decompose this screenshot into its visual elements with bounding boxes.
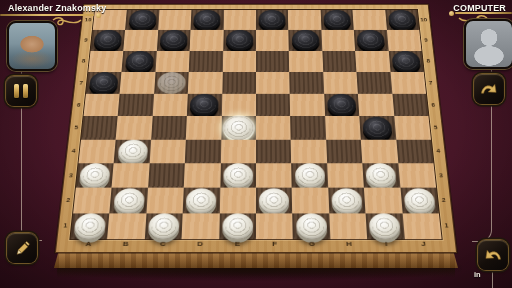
rank-label-7-left: 7 bbox=[76, 79, 87, 86]
black-piece-c9[interactable] bbox=[160, 30, 188, 51]
square-f1[interactable] bbox=[256, 213, 293, 239]
square-b8[interactable] bbox=[122, 51, 157, 72]
rank-label-8-left: 8 bbox=[78, 58, 89, 65]
square-i2[interactable] bbox=[364, 188, 402, 213]
square-h9[interactable] bbox=[321, 30, 355, 51]
square-g10[interactable] bbox=[288, 10, 321, 30]
pause-icon bbox=[14, 84, 19, 98]
square-c7[interactable] bbox=[154, 72, 189, 94]
square-g9[interactable] bbox=[289, 30, 323, 51]
file-label-C: C bbox=[158, 240, 168, 248]
square-g7[interactable] bbox=[290, 72, 324, 94]
square-j2[interactable] bbox=[400, 188, 439, 213]
rank-label-1-right: 1 bbox=[441, 222, 453, 230]
square-i6[interactable] bbox=[358, 94, 394, 117]
rank-label-2-right: 2 bbox=[438, 196, 450, 204]
square-a9[interactable] bbox=[91, 30, 126, 51]
square-a3[interactable] bbox=[76, 163, 114, 188]
square-h6[interactable] bbox=[324, 94, 359, 117]
pencil-icon bbox=[13, 239, 31, 257]
square-e6[interactable] bbox=[221, 94, 256, 117]
black-piece-i5[interactable] bbox=[362, 117, 393, 140]
square-b1[interactable] bbox=[107, 213, 146, 239]
square-c9[interactable] bbox=[157, 30, 191, 51]
square-b6[interactable] bbox=[118, 94, 154, 117]
player-name-left: Alexander Znakomsky bbox=[8, 2, 106, 13]
square-i9[interactable] bbox=[354, 30, 388, 51]
board-front-edge bbox=[54, 252, 458, 268]
square-g3[interactable] bbox=[291, 163, 328, 188]
rank-label-3-right: 3 bbox=[435, 172, 446, 180]
back-arrow-icon bbox=[483, 245, 503, 265]
rank-label-10-left: 10 bbox=[83, 17, 93, 23]
file-label-B: B bbox=[120, 240, 131, 248]
square-b10[interactable] bbox=[125, 10, 159, 30]
square-c5[interactable] bbox=[151, 116, 187, 139]
white-piece-e1[interactable] bbox=[222, 213, 253, 239]
square-f3[interactable] bbox=[256, 163, 292, 188]
rank-label-9-left: 9 bbox=[81, 37, 91, 44]
square-j3[interactable] bbox=[398, 163, 436, 188]
square-f10[interactable] bbox=[256, 10, 289, 30]
rank-label-3-left: 3 bbox=[65, 172, 76, 180]
white-piece-g1[interactable] bbox=[296, 213, 327, 239]
white-piece-g3[interactable] bbox=[295, 163, 325, 187]
rank-label-6-left: 6 bbox=[73, 101, 84, 108]
right-frame-line-bottom bbox=[490, 270, 493, 288]
square-e1[interactable] bbox=[219, 213, 256, 239]
square-f5[interactable] bbox=[256, 116, 291, 139]
square-a7[interactable] bbox=[86, 72, 122, 94]
square-c6[interactable] bbox=[153, 94, 188, 117]
square-g5[interactable] bbox=[290, 116, 325, 139]
square-a5[interactable] bbox=[81, 116, 118, 139]
square-j1[interactable] bbox=[402, 213, 441, 239]
square-b9[interactable] bbox=[124, 30, 158, 51]
black-piece-h6[interactable] bbox=[327, 94, 357, 116]
rank-label-4-left: 4 bbox=[68, 148, 79, 156]
black-piece-a9[interactable] bbox=[93, 30, 122, 51]
rank-label-1-left: 1 bbox=[59, 222, 71, 230]
avatar-left-player bbox=[7, 21, 57, 71]
square-i1[interactable] bbox=[366, 213, 405, 239]
file-label-D: D bbox=[195, 240, 205, 248]
white-piece-f2[interactable] bbox=[259, 188, 289, 213]
square-c8[interactable] bbox=[155, 51, 189, 72]
square-a4[interactable] bbox=[78, 140, 116, 164]
black-piece-b8[interactable] bbox=[125, 51, 154, 72]
square-j7[interactable] bbox=[390, 72, 426, 94]
square-g4[interactable] bbox=[291, 140, 327, 164]
white-piece-c1[interactable] bbox=[148, 213, 180, 239]
square-d10[interactable] bbox=[191, 10, 224, 30]
square-d6[interactable] bbox=[187, 94, 222, 117]
game-screen: 1122334455667788991010ABCDEFGHIJ Alexand… bbox=[0, 0, 512, 288]
square-i3[interactable] bbox=[362, 163, 400, 188]
right-frame-line bbox=[472, 103, 492, 242]
undo-button[interactable] bbox=[478, 240, 508, 270]
square-e10[interactable] bbox=[223, 10, 256, 30]
square-e4[interactable] bbox=[220, 140, 256, 164]
square-d8[interactable] bbox=[189, 51, 223, 72]
square-i4[interactable] bbox=[361, 140, 398, 164]
square-f4[interactable] bbox=[256, 140, 291, 164]
rank-label-6-right: 6 bbox=[428, 101, 439, 108]
board-grid bbox=[70, 10, 441, 239]
white-piece-i1[interactable] bbox=[369, 213, 401, 239]
square-d9[interactable] bbox=[190, 30, 224, 51]
square-e7[interactable] bbox=[222, 72, 256, 94]
square-c4[interactable] bbox=[149, 140, 186, 164]
file-label-F: F bbox=[270, 240, 280, 248]
square-g6[interactable] bbox=[290, 94, 325, 117]
white-piece-h2[interactable] bbox=[331, 188, 362, 213]
square-h10[interactable] bbox=[320, 10, 354, 30]
square-d3[interactable] bbox=[184, 163, 221, 188]
square-h2[interactable] bbox=[328, 188, 366, 213]
square-f8[interactable] bbox=[256, 51, 290, 72]
black-piece-j10[interactable] bbox=[388, 10, 417, 30]
rank-label-9-right: 9 bbox=[421, 37, 431, 44]
square-c2[interactable] bbox=[146, 188, 184, 213]
square-j10[interactable] bbox=[385, 10, 419, 30]
file-label-E: E bbox=[232, 240, 242, 248]
file-label-J: J bbox=[418, 240, 429, 248]
square-e9[interactable] bbox=[223, 30, 256, 51]
square-f6[interactable] bbox=[256, 94, 290, 117]
square-b2[interactable] bbox=[110, 188, 148, 213]
square-d1[interactable] bbox=[182, 213, 220, 239]
square-b7[interactable] bbox=[120, 72, 155, 94]
checkers-board: 1122334455667788991010ABCDEFGHIJ bbox=[56, 5, 456, 252]
square-a1[interactable] bbox=[70, 213, 109, 239]
black-piece-j8[interactable] bbox=[391, 51, 421, 72]
black-piece-a7[interactable] bbox=[89, 72, 119, 94]
file-label-A: A bbox=[83, 240, 94, 248]
ghost-white-piece-c7[interactable] bbox=[157, 72, 186, 94]
edit-button[interactable] bbox=[7, 233, 37, 263]
white-piece-i3[interactable] bbox=[366, 163, 397, 187]
rank-label-4-right: 4 bbox=[433, 148, 444, 156]
square-h3[interactable] bbox=[327, 163, 364, 188]
square-h4[interactable] bbox=[326, 140, 363, 164]
black-piece-d6[interactable] bbox=[190, 94, 219, 116]
square-j8[interactable] bbox=[388, 51, 423, 72]
footer-text: in bbox=[474, 270, 481, 279]
white-piece-e5[interactable] bbox=[224, 117, 253, 140]
black-piece-f10[interactable] bbox=[259, 10, 286, 30]
file-label-G: G bbox=[307, 240, 317, 248]
square-i5[interactable] bbox=[359, 116, 395, 139]
square-i7[interactable] bbox=[357, 72, 392, 94]
square-e8[interactable] bbox=[222, 51, 256, 72]
square-h8[interactable] bbox=[322, 51, 356, 72]
square-a6[interactable] bbox=[84, 94, 120, 117]
square-e2[interactable] bbox=[219, 188, 256, 213]
gold-dot-right bbox=[449, 11, 454, 16]
square-j5[interactable] bbox=[394, 116, 431, 139]
square-g2[interactable] bbox=[292, 188, 329, 213]
rank-label-8-right: 8 bbox=[423, 58, 434, 65]
square-j9[interactable] bbox=[387, 30, 422, 51]
black-piece-d10[interactable] bbox=[193, 10, 221, 30]
gold-dot-left bbox=[96, 13, 101, 18]
square-c3[interactable] bbox=[148, 163, 185, 188]
black-piece-g9[interactable] bbox=[291, 30, 319, 51]
forward-arrow-icon bbox=[479, 79, 499, 99]
black-piece-b10[interactable] bbox=[128, 10, 156, 30]
white-piece-b4[interactable] bbox=[117, 140, 148, 164]
square-d4[interactable] bbox=[185, 140, 221, 164]
black-piece-i9[interactable] bbox=[357, 30, 386, 51]
square-a2[interactable] bbox=[73, 188, 112, 213]
rank-label-7-right: 7 bbox=[425, 79, 436, 86]
square-c10[interactable] bbox=[158, 10, 192, 30]
white-piece-d2[interactable] bbox=[186, 188, 217, 213]
rank-label-5-right: 5 bbox=[430, 124, 441, 131]
black-piece-h10[interactable] bbox=[323, 10, 351, 30]
square-h1[interactable] bbox=[329, 213, 367, 239]
square-i10[interactable] bbox=[353, 10, 387, 30]
rank-label-5-left: 5 bbox=[71, 124, 82, 131]
square-g8[interactable] bbox=[289, 51, 323, 72]
white-piece-a3[interactable] bbox=[79, 163, 111, 187]
rank-label-2-left: 2 bbox=[62, 196, 74, 204]
square-b5[interactable] bbox=[116, 116, 152, 139]
square-f7[interactable] bbox=[256, 72, 290, 94]
white-piece-e3[interactable] bbox=[223, 163, 253, 187]
square-d7[interactable] bbox=[188, 72, 222, 94]
square-b3[interactable] bbox=[112, 163, 150, 188]
redo-button[interactable] bbox=[474, 74, 504, 104]
square-e3[interactable] bbox=[220, 163, 256, 188]
rank-label-10-right: 10 bbox=[419, 17, 429, 23]
square-g1[interactable] bbox=[293, 213, 331, 239]
pause-button[interactable] bbox=[6, 76, 36, 106]
square-b4[interactable] bbox=[114, 140, 151, 164]
avatar-computer bbox=[464, 19, 512, 69]
square-j6[interactable] bbox=[392, 94, 428, 117]
white-piece-j2[interactable] bbox=[403, 188, 435, 213]
square-a8[interactable] bbox=[88, 51, 123, 72]
square-h5[interactable] bbox=[325, 116, 361, 139]
left-frame-line bbox=[21, 105, 42, 241]
square-f2[interactable] bbox=[256, 188, 293, 213]
file-label-I: I bbox=[381, 240, 392, 248]
square-i8[interactable] bbox=[355, 51, 390, 72]
square-e5[interactable] bbox=[221, 116, 256, 139]
square-f9[interactable] bbox=[256, 30, 289, 51]
square-c1[interactable] bbox=[145, 213, 183, 239]
square-j4[interactable] bbox=[396, 140, 434, 164]
white-piece-a1[interactable] bbox=[74, 213, 107, 239]
square-d5[interactable] bbox=[186, 116, 221, 139]
black-piece-e9[interactable] bbox=[226, 30, 253, 51]
file-label-H: H bbox=[344, 240, 354, 248]
square-d2[interactable] bbox=[183, 188, 220, 213]
white-piece-b2[interactable] bbox=[113, 188, 145, 213]
square-h7[interactable] bbox=[323, 72, 358, 94]
